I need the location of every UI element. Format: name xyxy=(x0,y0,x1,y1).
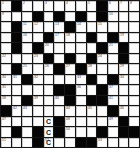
cell-r10c10 xyxy=(97,96,107,106)
cell-r5c11[interactable]: 21 xyxy=(108,43,118,53)
cell-r14c6[interactable] xyxy=(54,138,64,148)
cell-r4c13[interactable] xyxy=(129,33,139,43)
clue-number: 11 xyxy=(23,22,27,26)
cell-r3c12[interactable] xyxy=(119,22,129,32)
clue-number: 5 xyxy=(88,1,90,5)
cell-r6c11[interactable] xyxy=(108,54,118,64)
cell-r13c13 xyxy=(129,127,139,137)
cell-r8c4[interactable]: 32 xyxy=(33,75,43,85)
cell-r13c8[interactable] xyxy=(76,127,86,137)
cell-r4c7[interactable]: 18 xyxy=(65,33,75,43)
clue-number: 35 xyxy=(2,85,6,89)
cell-r11c10[interactable] xyxy=(97,106,107,116)
cell-r5c9[interactable] xyxy=(87,43,97,53)
cell-r10c2[interactable] xyxy=(12,96,22,106)
cell-r2c7[interactable] xyxy=(65,12,75,22)
cell-r10c7 xyxy=(65,96,75,106)
cell-r10c9 xyxy=(87,96,97,106)
cell-r13c5[interactable]: C xyxy=(44,127,54,137)
cell-r14c4 xyxy=(33,138,43,148)
cell-r1c5[interactable]: 3 xyxy=(44,1,54,11)
cell-r4c4[interactable] xyxy=(33,33,43,43)
cell-r13c7[interactable]: 50 xyxy=(65,127,75,137)
cell-r2c5[interactable] xyxy=(44,12,54,22)
cell-r12c13[interactable] xyxy=(129,117,139,127)
cell-r11c9[interactable]: 45 xyxy=(87,106,97,116)
clue-number: 30 xyxy=(2,75,6,79)
cell-r1c3[interactable]: 2 xyxy=(22,1,32,11)
cell-r10c11[interactable]: 41 xyxy=(108,96,118,106)
cell-r10c13[interactable] xyxy=(129,96,139,106)
cell-r3c13[interactable] xyxy=(129,22,139,32)
clue-number: 31 xyxy=(13,75,17,79)
cell-r14c7[interactable] xyxy=(65,138,75,148)
cell-r9c5[interactable] xyxy=(44,85,54,95)
cell-r9c4[interactable] xyxy=(33,85,43,95)
cell-r8c8[interactable]: 33 xyxy=(76,75,86,85)
cell-r11c4[interactable] xyxy=(33,106,43,116)
cell-r2c1[interactable]: 9 xyxy=(1,12,11,22)
cell-r6c12 xyxy=(119,54,129,64)
cell-r13c3[interactable] xyxy=(22,127,32,137)
cell-r2c9[interactable] xyxy=(87,12,97,22)
clue-number: 49 xyxy=(109,117,113,121)
cell-r4c9 xyxy=(87,33,97,43)
clue-number: 44 xyxy=(66,106,70,110)
clue-number: 15 xyxy=(98,22,102,26)
clue-number: 27 xyxy=(66,64,70,68)
clue-number: 3 xyxy=(45,1,47,5)
clue-number: 10 xyxy=(109,12,113,16)
cell-r13c6 xyxy=(54,127,64,137)
clue-number: 38 xyxy=(2,96,6,100)
clue-number: 34 xyxy=(120,75,124,79)
cell-r12c3[interactable] xyxy=(22,117,32,127)
cell-r12c11[interactable]: 49 xyxy=(108,117,118,127)
clue-number: 46 xyxy=(120,106,124,110)
cell-r2c3[interactable] xyxy=(22,12,32,22)
clue-number: 39 xyxy=(34,96,38,100)
cell-r1c12[interactable]: 7 xyxy=(119,1,129,11)
cell-r14c13[interactable] xyxy=(129,138,139,148)
cell-r7c8 xyxy=(76,64,86,74)
clue-number: 28 xyxy=(88,64,92,68)
clue-number: 41 xyxy=(109,96,113,100)
cell-r5c6[interactable] xyxy=(54,43,64,53)
cell-r4c2 xyxy=(12,33,22,43)
cell-r2c10 xyxy=(97,12,107,22)
cell-r13c2 xyxy=(12,127,22,137)
clue-number: 19 xyxy=(120,33,124,37)
cell-r7c11[interactable] xyxy=(108,64,118,74)
cell-r4c10[interactable] xyxy=(97,33,107,43)
clue-number: 22 xyxy=(2,54,6,58)
clue-number: 48 xyxy=(66,117,70,121)
cell-r11c8[interactable] xyxy=(76,106,86,116)
cell-r2c12[interactable] xyxy=(119,12,129,22)
cell-r5c5[interactable]: 20 xyxy=(44,43,54,53)
cell-r8c9 xyxy=(87,75,97,85)
clue-number: 47 xyxy=(2,117,6,121)
cell-r7c3[interactable]: 25 xyxy=(22,64,32,74)
clue-number: 50 xyxy=(66,127,70,131)
cell-r10c4[interactable]: 39 xyxy=(33,96,43,106)
cell-r6c6[interactable] xyxy=(54,54,64,64)
cell-r5c13[interactable] xyxy=(129,43,139,53)
cell-r10c6[interactable]: 40 xyxy=(54,96,64,106)
cell-r9c1[interactable]: 35 xyxy=(1,85,11,95)
cell-r1c8[interactable] xyxy=(76,1,86,11)
cell-r3c5[interactable] xyxy=(44,22,54,32)
cell-r5c7[interactable] xyxy=(65,43,75,53)
cell-r12c6 xyxy=(54,117,64,127)
cell-r6c7 xyxy=(65,54,75,64)
cell-r9c2[interactable] xyxy=(12,85,22,95)
cell-r6c9 xyxy=(87,54,97,64)
cell-r4c6[interactable]: 17 xyxy=(54,33,64,43)
cell-r3c1[interactable] xyxy=(1,22,11,32)
cell-r5c10 xyxy=(97,43,107,53)
cell-r5c12 xyxy=(119,43,129,53)
cell-r13c1[interactable] xyxy=(1,127,11,137)
cell-r9c12[interactable] xyxy=(119,85,129,95)
clue-number: 13 xyxy=(55,22,59,26)
cell-r7c1[interactable] xyxy=(1,64,11,74)
clue-number: 45 xyxy=(88,106,92,110)
cell-r5c4 xyxy=(33,43,43,53)
filled-letter: C xyxy=(44,117,54,127)
cell-r10c8[interactable] xyxy=(76,96,86,106)
cell-r9c9[interactable] xyxy=(87,85,97,95)
cell-r8c5[interactable] xyxy=(44,75,54,85)
cell-r1c7[interactable]: 4 xyxy=(65,1,75,11)
cell-r7c13[interactable] xyxy=(129,64,139,74)
cell-r9c7 xyxy=(65,85,75,95)
cell-r3c3[interactable]: 11 xyxy=(22,22,32,32)
cell-r13c10 xyxy=(97,127,107,137)
cell-r5c1[interactable] xyxy=(1,43,11,53)
clue-number: 14 xyxy=(77,22,81,26)
clue-number: 33 xyxy=(77,75,81,79)
cell-r11c1 xyxy=(1,106,11,116)
clue-number: 6 xyxy=(109,1,111,5)
cell-r13c4 xyxy=(33,127,43,137)
cell-r4c12[interactable]: 19 xyxy=(119,33,129,43)
cell-r1c6[interactable] xyxy=(54,1,64,11)
cell-r12c10[interactable] xyxy=(97,117,107,127)
cell-r14c5[interactable]: 52C xyxy=(44,138,54,148)
cell-r1c4[interactable] xyxy=(33,1,43,11)
cell-r8c1[interactable]: 30 xyxy=(1,75,11,85)
cell-r8c3 xyxy=(22,75,32,85)
clue-number: 2 xyxy=(23,1,25,5)
cell-r8c6[interactable] xyxy=(54,75,64,85)
cell-r12c9[interactable] xyxy=(87,117,97,127)
cell-r11c13[interactable] xyxy=(129,106,139,116)
clue-number: 37 xyxy=(109,85,113,89)
cell-r1c9[interactable]: 5 xyxy=(87,1,97,11)
clue-number: 42 xyxy=(13,106,17,110)
cell-r13c11[interactable] xyxy=(108,127,118,137)
cell-r7c2 xyxy=(12,64,22,74)
cell-r8c12[interactable]: 34 xyxy=(119,75,129,85)
cell-r1c13[interactable]: 8 xyxy=(129,1,139,11)
cell-r8c2[interactable]: 31 xyxy=(12,75,22,85)
cell-r2c4 xyxy=(33,12,43,22)
clue-number: 16 xyxy=(23,33,27,37)
cell-r8c10[interactable] xyxy=(97,75,107,85)
crossword-board: 1234567891011121314151617181920212223242… xyxy=(0,0,140,148)
cell-r10c3 xyxy=(22,96,32,106)
cell-r7c9[interactable]: 28 xyxy=(87,64,97,74)
clue-number: 7 xyxy=(120,1,122,5)
crossword-puzzle: 1234567891011121314151617181920212223242… xyxy=(0,0,140,148)
cell-r5c3[interactable] xyxy=(22,43,32,53)
cell-r9c8[interactable]: 36 xyxy=(76,85,86,95)
cell-r8c7[interactable] xyxy=(65,75,75,85)
cell-r5c2 xyxy=(12,43,22,53)
cell-r14c11[interactable] xyxy=(108,138,118,148)
cell-r14c3[interactable] xyxy=(22,138,32,148)
cell-r7c4[interactable] xyxy=(33,64,43,74)
cell-r1c10 xyxy=(97,1,107,11)
clue-number: 24 xyxy=(98,54,102,58)
cell-r2c8 xyxy=(76,12,86,22)
clue-number: 18 xyxy=(66,33,70,37)
cell-r12c4[interactable] xyxy=(33,117,43,127)
clue-number: 25 xyxy=(23,64,27,68)
clue-number: 12 xyxy=(34,22,38,26)
clue-number: 32 xyxy=(34,75,38,79)
clue-number: 40 xyxy=(55,96,59,100)
cell-r2c11[interactable]: 10 xyxy=(108,12,118,22)
cell-r9c3[interactable] xyxy=(22,85,32,95)
cell-r4c8[interactable] xyxy=(76,33,86,43)
cell-r11c11 xyxy=(108,106,118,116)
cell-r6c13[interactable] xyxy=(129,54,139,64)
cell-r4c11 xyxy=(108,33,118,43)
cell-r14c9 xyxy=(87,138,97,148)
cell-r3c10[interactable]: 15 xyxy=(97,22,107,32)
cell-r3c9[interactable] xyxy=(87,22,97,32)
cell-r2c6 xyxy=(54,12,64,22)
cell-r6c4[interactable]: 23 xyxy=(33,54,43,64)
cell-r12c7[interactable]: 48 xyxy=(65,117,75,127)
cell-r4c3[interactable]: 16 xyxy=(22,33,32,43)
clue-number: 1 xyxy=(2,1,4,5)
cell-r12c12 xyxy=(119,117,129,127)
cell-r7c5[interactable]: 26 xyxy=(44,64,54,74)
cell-r14c10[interactable]: 53 xyxy=(97,138,107,148)
cell-r11c12[interactable]: 46 xyxy=(119,106,129,116)
cell-r1c1[interactable]: 1 xyxy=(1,1,11,11)
cell-r12c8[interactable] xyxy=(76,117,86,127)
cell-r10c5[interactable] xyxy=(44,96,54,106)
clue-number: 9 xyxy=(2,12,4,16)
cell-r3c8[interactable]: 14 xyxy=(76,22,86,32)
cell-r3c6[interactable]: 13 xyxy=(54,22,64,32)
cell-r3c4[interactable]: 12 xyxy=(33,22,43,32)
cell-r7c7[interactable]: 27 xyxy=(65,64,75,74)
clue-number: 20 xyxy=(45,43,49,47)
clue-number: 53 xyxy=(98,138,102,142)
cell-r14c12[interactable] xyxy=(119,138,129,148)
cell-r6c8[interactable] xyxy=(76,54,86,64)
clue-number: 8 xyxy=(130,1,132,5)
cell-r12c2[interactable] xyxy=(12,117,22,127)
clue-number: 23 xyxy=(34,54,38,58)
cell-r6c5 xyxy=(44,54,54,64)
clue-number: 21 xyxy=(109,43,113,47)
cell-r13c9[interactable] xyxy=(87,127,97,137)
cell-r9c6 xyxy=(54,85,64,95)
clue-number: 4 xyxy=(66,1,68,5)
cell-r10c1[interactable]: 38 xyxy=(1,96,11,106)
cell-r6c3[interactable] xyxy=(22,54,32,64)
cell-r14c8 xyxy=(76,138,86,148)
cell-r8c11 xyxy=(108,75,118,85)
clue-number: 17 xyxy=(55,33,59,37)
cell-r2c2[interactable] xyxy=(12,12,22,22)
clue-number: 51 xyxy=(2,138,6,142)
clue-number: 43 xyxy=(23,106,27,110)
cell-r7c12[interactable]: 29 xyxy=(119,64,129,74)
cell-r2c13[interactable] xyxy=(129,12,139,22)
cell-r1c2 xyxy=(12,1,22,11)
cell-r14c1[interactable]: 51 xyxy=(1,138,11,148)
filled-letter: C xyxy=(44,138,54,148)
cell-r6c10[interactable]: 24 xyxy=(97,54,107,64)
clue-number: 26 xyxy=(45,64,49,68)
filled-letter: C xyxy=(44,127,54,137)
cell-r11c3[interactable]: 43 xyxy=(22,106,32,116)
cell-r8c13[interactable] xyxy=(129,75,139,85)
cell-r7c10[interactable] xyxy=(97,64,107,74)
cell-r11c2[interactable]: 42 xyxy=(12,106,22,116)
cell-r12c1[interactable]: 47 xyxy=(1,117,11,127)
cell-r3c7 xyxy=(65,22,75,32)
cell-r9c10 xyxy=(97,85,107,95)
cell-r3c2 xyxy=(12,22,22,32)
cell-r11c5[interactable] xyxy=(44,106,54,116)
cell-r9c11[interactable]: 37 xyxy=(108,85,118,95)
clue-number: 29 xyxy=(120,64,124,68)
cell-r14c2[interactable] xyxy=(12,138,22,148)
cell-r13c12 xyxy=(119,127,129,137)
cell-r11c7[interactable]: 44 xyxy=(65,106,75,116)
cell-r5c8[interactable] xyxy=(76,43,86,53)
cell-r6c1[interactable]: 22 xyxy=(1,54,11,64)
cell-r6c2[interactable] xyxy=(12,54,22,64)
cell-r9c13[interactable] xyxy=(129,85,139,95)
cell-r4c1[interactable] xyxy=(1,33,11,43)
cell-r3c11[interactable] xyxy=(108,22,118,32)
cell-r12c5[interactable]: C xyxy=(44,117,54,127)
cell-r7c6 xyxy=(54,64,64,74)
clue-number: 36 xyxy=(77,85,81,89)
cell-r1c11[interactable]: 6 xyxy=(108,1,118,11)
cell-r10c12[interactable] xyxy=(119,96,129,106)
cell-r4c5 xyxy=(44,33,54,43)
cell-r11c6[interactable] xyxy=(54,106,64,116)
